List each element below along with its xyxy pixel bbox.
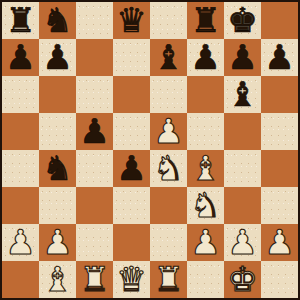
square-h5[interactable] bbox=[261, 113, 298, 150]
piece-black-pawn-a7[interactable]: ♟ bbox=[5, 40, 35, 74]
square-b3[interactable] bbox=[39, 187, 76, 224]
square-g4[interactable] bbox=[224, 150, 261, 187]
piece-black-rook-f8[interactable]: ♜ bbox=[190, 3, 220, 37]
square-a6[interactable] bbox=[2, 76, 39, 113]
square-a3[interactable] bbox=[2, 187, 39, 224]
square-b4[interactable]: ♞ bbox=[39, 150, 76, 187]
square-c6[interactable] bbox=[76, 76, 113, 113]
square-e3[interactable] bbox=[150, 187, 187, 224]
piece-white-king-g1[interactable]: ♚ bbox=[227, 262, 257, 296]
square-f4[interactable]: ♝ bbox=[187, 150, 224, 187]
piece-white-pawn-b2[interactable]: ♟ bbox=[42, 225, 72, 259]
piece-black-rook-a8[interactable]: ♜ bbox=[5, 3, 35, 37]
square-d3[interactable] bbox=[113, 187, 150, 224]
square-b5[interactable] bbox=[39, 113, 76, 150]
piece-black-pawn-f7[interactable]: ♟ bbox=[190, 40, 220, 74]
square-e5[interactable]: ♟ bbox=[150, 113, 187, 150]
square-e7[interactable]: ♝ bbox=[150, 39, 187, 76]
square-e2[interactable] bbox=[150, 224, 187, 261]
square-b8[interactable]: ♞ bbox=[39, 2, 76, 39]
square-f6[interactable] bbox=[187, 76, 224, 113]
piece-black-queen-d8[interactable]: ♛ bbox=[116, 3, 146, 37]
piece-black-knight-b8[interactable]: ♞ bbox=[42, 3, 72, 37]
piece-black-bishop-g6[interactable]: ♝ bbox=[227, 77, 257, 111]
square-c4[interactable] bbox=[76, 150, 113, 187]
piece-white-pawn-f2[interactable]: ♟ bbox=[190, 225, 220, 259]
piece-white-queen-d1[interactable]: ♛ bbox=[116, 262, 146, 296]
square-f8[interactable]: ♜ bbox=[187, 2, 224, 39]
square-h2[interactable]: ♟ bbox=[261, 224, 298, 261]
square-g6[interactable]: ♝ bbox=[224, 76, 261, 113]
square-a1[interactable] bbox=[2, 261, 39, 298]
square-d7[interactable] bbox=[113, 39, 150, 76]
square-h3[interactable] bbox=[261, 187, 298, 224]
square-d8[interactable]: ♛ bbox=[113, 2, 150, 39]
square-d1[interactable]: ♛ bbox=[113, 261, 150, 298]
square-a7[interactable]: ♟ bbox=[2, 39, 39, 76]
square-a5[interactable] bbox=[2, 113, 39, 150]
square-e8[interactable] bbox=[150, 2, 187, 39]
chess-board: ♜♞♛♜♚♟♟♝♟♟♟♝♟♟♞♟♞♝♞♟♟♟♟♟♝♜♛♜♚ bbox=[0, 0, 300, 300]
piece-white-pawn-e5[interactable]: ♟ bbox=[153, 114, 183, 148]
piece-white-knight-f3[interactable]: ♞ bbox=[190, 188, 220, 222]
piece-white-pawn-g2[interactable]: ♟ bbox=[227, 225, 257, 259]
square-g7[interactable]: ♟ bbox=[224, 39, 261, 76]
square-g2[interactable]: ♟ bbox=[224, 224, 261, 261]
square-g5[interactable] bbox=[224, 113, 261, 150]
square-f7[interactable]: ♟ bbox=[187, 39, 224, 76]
square-a2[interactable]: ♟ bbox=[2, 224, 39, 261]
square-b2[interactable]: ♟ bbox=[39, 224, 76, 261]
piece-black-knight-b4[interactable]: ♞ bbox=[42, 151, 72, 185]
square-e6[interactable] bbox=[150, 76, 187, 113]
square-b7[interactable]: ♟ bbox=[39, 39, 76, 76]
piece-white-pawn-h2[interactable]: ♟ bbox=[264, 225, 294, 259]
piece-white-pawn-a2[interactable]: ♟ bbox=[5, 225, 35, 259]
square-d5[interactable] bbox=[113, 113, 150, 150]
piece-black-pawn-g7[interactable]: ♟ bbox=[227, 40, 257, 74]
square-a8[interactable]: ♜ bbox=[2, 2, 39, 39]
piece-black-bishop-e7[interactable]: ♝ bbox=[153, 40, 183, 74]
piece-black-pawn-h7[interactable]: ♟ bbox=[264, 40, 294, 74]
square-h1[interactable] bbox=[261, 261, 298, 298]
square-c7[interactable] bbox=[76, 39, 113, 76]
piece-black-pawn-c5[interactable]: ♟ bbox=[79, 114, 109, 148]
piece-black-pawn-b7[interactable]: ♟ bbox=[42, 40, 72, 74]
square-d6[interactable] bbox=[113, 76, 150, 113]
square-f3[interactable]: ♞ bbox=[187, 187, 224, 224]
square-c3[interactable] bbox=[76, 187, 113, 224]
piece-black-pawn-d4[interactable]: ♟ bbox=[116, 151, 146, 185]
square-d4[interactable]: ♟ bbox=[113, 150, 150, 187]
square-c5[interactable]: ♟ bbox=[76, 113, 113, 150]
square-f2[interactable]: ♟ bbox=[187, 224, 224, 261]
square-e1[interactable]: ♜ bbox=[150, 261, 187, 298]
piece-black-king-g8[interactable]: ♚ bbox=[227, 3, 257, 37]
square-h4[interactable] bbox=[261, 150, 298, 187]
square-f5[interactable] bbox=[187, 113, 224, 150]
square-c8[interactable] bbox=[76, 2, 113, 39]
square-g8[interactable]: ♚ bbox=[224, 2, 261, 39]
square-c1[interactable]: ♜ bbox=[76, 261, 113, 298]
square-f1[interactable] bbox=[187, 261, 224, 298]
square-e4[interactable]: ♞ bbox=[150, 150, 187, 187]
square-g1[interactable]: ♚ bbox=[224, 261, 261, 298]
square-b1[interactable]: ♝ bbox=[39, 261, 76, 298]
square-g3[interactable] bbox=[224, 187, 261, 224]
piece-white-bishop-f4[interactable]: ♝ bbox=[190, 151, 220, 185]
piece-white-rook-e1[interactable]: ♜ bbox=[153, 262, 183, 296]
piece-white-knight-e4[interactable]: ♞ bbox=[153, 151, 183, 185]
square-d2[interactable] bbox=[113, 224, 150, 261]
square-h7[interactable]: ♟ bbox=[261, 39, 298, 76]
square-b6[interactable] bbox=[39, 76, 76, 113]
square-c2[interactable] bbox=[76, 224, 113, 261]
square-h8[interactable] bbox=[261, 2, 298, 39]
square-a4[interactable] bbox=[2, 150, 39, 187]
chess-app-window: ♜♞♛♜♚♟♟♝♟♟♟♝♟♟♞♟♞♝♞♟♟♟♟♟♝♜♛♜♚ bbox=[0, 0, 300, 300]
piece-white-bishop-b1[interactable]: ♝ bbox=[42, 262, 72, 296]
piece-white-rook-c1[interactable]: ♜ bbox=[79, 262, 109, 296]
square-h6[interactable] bbox=[261, 76, 298, 113]
